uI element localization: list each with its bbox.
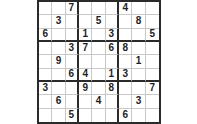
sudoku-cell-r9c7[interactable]: 6 bbox=[119, 109, 132, 122]
sudoku-cell-r2c7[interactable] bbox=[119, 15, 132, 28]
sudoku-cell-r9c9[interactable] bbox=[146, 109, 159, 122]
sudoku-cell-r7c7[interactable] bbox=[119, 82, 132, 95]
sudoku-cell-r2c2[interactable]: 3 bbox=[52, 15, 65, 28]
sudoku-cell-r8c5[interactable]: 4 bbox=[92, 95, 105, 108]
sudoku-board: 7435861353768916413398764356 bbox=[37, 0, 161, 124]
sudoku-cell-r2c4[interactable] bbox=[79, 15, 92, 28]
sudoku-cell-r5c2[interactable]: 9 bbox=[52, 55, 65, 68]
sudoku-cell-r7c2[interactable] bbox=[52, 82, 65, 95]
sudoku-cell-r4c5[interactable] bbox=[92, 42, 105, 55]
sudoku-cell-r7c1[interactable]: 3 bbox=[39, 82, 52, 95]
sudoku-cell-r1c4[interactable] bbox=[79, 2, 92, 15]
sudoku-cell-r3c4[interactable]: 1 bbox=[79, 29, 92, 42]
sudoku-cell-r7c8[interactable] bbox=[132, 82, 145, 95]
sudoku-cell-r1c1[interactable] bbox=[39, 2, 52, 15]
sudoku-cell-r2c5[interactable]: 5 bbox=[92, 15, 105, 28]
sudoku-cell-r8c2[interactable]: 6 bbox=[52, 95, 65, 108]
sudoku-cell-r2c9[interactable] bbox=[146, 15, 159, 28]
sudoku-cell-r1c6[interactable] bbox=[106, 2, 119, 15]
sudoku-cell-r9c2[interactable] bbox=[52, 109, 65, 122]
sudoku-cell-r5c9[interactable] bbox=[146, 55, 159, 68]
sudoku-cell-r4c9[interactable] bbox=[146, 42, 159, 55]
sudoku-cell-r3c5[interactable] bbox=[92, 29, 105, 42]
sudoku-cell-r3c1[interactable]: 6 bbox=[39, 29, 52, 42]
sudoku-cell-r3c6[interactable]: 3 bbox=[106, 29, 119, 42]
sudoku-cell-r3c3[interactable] bbox=[66, 29, 79, 42]
sudoku-cell-r3c9[interactable]: 5 bbox=[146, 29, 159, 42]
sudoku-cell-r5c4[interactable] bbox=[79, 55, 92, 68]
sudoku-cell-r1c9[interactable] bbox=[146, 2, 159, 15]
sudoku-cell-r1c8[interactable] bbox=[132, 2, 145, 15]
sudoku-cell-r8c3[interactable] bbox=[66, 95, 79, 108]
sudoku-cell-r4c1[interactable] bbox=[39, 42, 52, 55]
sudoku-cell-r4c7[interactable]: 8 bbox=[119, 42, 132, 55]
sudoku-cell-r2c8[interactable]: 8 bbox=[132, 15, 145, 28]
sudoku-cell-r4c8[interactable] bbox=[132, 42, 145, 55]
sudoku-cell-r1c2[interactable] bbox=[52, 2, 65, 15]
sudoku-cell-r7c3[interactable] bbox=[66, 82, 79, 95]
sudoku-cell-r5c5[interactable] bbox=[92, 55, 105, 68]
sudoku-cell-r2c6[interactable] bbox=[106, 15, 119, 28]
sudoku-cell-r9c1[interactable] bbox=[39, 109, 52, 122]
sudoku-cell-r9c3[interactable]: 5 bbox=[66, 109, 79, 122]
sudoku-cell-r1c3[interactable]: 7 bbox=[66, 2, 79, 15]
sudoku-cell-r6c2[interactable] bbox=[52, 69, 65, 82]
sudoku-cell-r3c8[interactable] bbox=[132, 29, 145, 42]
sudoku-cell-r4c4[interactable]: 7 bbox=[79, 42, 92, 55]
sudoku-cell-r8c6[interactable] bbox=[106, 95, 119, 108]
sudoku-cell-r8c7[interactable] bbox=[119, 95, 132, 108]
sudoku-cell-r6c5[interactable] bbox=[92, 69, 105, 82]
sudoku-cell-r6c6[interactable]: 1 bbox=[106, 69, 119, 82]
sudoku-cell-r2c1[interactable] bbox=[39, 15, 52, 28]
sudoku-cell-r7c4[interactable]: 9 bbox=[79, 82, 92, 95]
sudoku-cell-r6c8[interactable] bbox=[132, 69, 145, 82]
sudoku-cell-r4c2[interactable] bbox=[52, 42, 65, 55]
sudoku-cell-r6c4[interactable]: 4 bbox=[79, 69, 92, 82]
sudoku-cell-r5c8[interactable]: 1 bbox=[132, 55, 145, 68]
sudoku-cell-r5c7[interactable] bbox=[119, 55, 132, 68]
sudoku-cell-r6c1[interactable] bbox=[39, 69, 52, 82]
sudoku-cell-r4c3[interactable]: 3 bbox=[66, 42, 79, 55]
sudoku-cell-r8c4[interactable] bbox=[79, 95, 92, 108]
sudoku-cell-r5c1[interactable] bbox=[39, 55, 52, 68]
sudoku-cell-r8c9[interactable] bbox=[146, 95, 159, 108]
sudoku-cell-r9c6[interactable] bbox=[106, 109, 119, 122]
sudoku-cell-r3c7[interactable] bbox=[119, 29, 132, 42]
sudoku-cell-r7c6[interactable]: 8 bbox=[106, 82, 119, 95]
sudoku-cell-r1c7[interactable]: 4 bbox=[119, 2, 132, 15]
sudoku-cell-r7c9[interactable]: 7 bbox=[146, 82, 159, 95]
page-canvas: 7435861353768916413398764356 bbox=[0, 0, 197, 124]
sudoku-cell-r9c5[interactable] bbox=[92, 109, 105, 122]
sudoku-cell-r6c3[interactable]: 6 bbox=[66, 69, 79, 82]
sudoku-cell-r8c1[interactable] bbox=[39, 95, 52, 108]
sudoku-cell-r2c3[interactable] bbox=[66, 15, 79, 28]
sudoku-cell-r3c2[interactable] bbox=[52, 29, 65, 42]
sudoku-cell-r1c5[interactable] bbox=[92, 2, 105, 15]
sudoku-cell-r8c8[interactable]: 3 bbox=[132, 95, 145, 108]
sudoku-cell-r9c8[interactable] bbox=[132, 109, 145, 122]
sudoku-cell-r5c3[interactable] bbox=[66, 55, 79, 68]
sudoku-cell-r9c4[interactable] bbox=[79, 109, 92, 122]
sudoku-cell-r5c6[interactable] bbox=[106, 55, 119, 68]
sudoku-cell-r6c7[interactable]: 3 bbox=[119, 69, 132, 82]
sudoku-cell-r6c9[interactable] bbox=[146, 69, 159, 82]
sudoku-cell-r4c6[interactable]: 6 bbox=[106, 42, 119, 55]
sudoku-cell-r7c5[interactable] bbox=[92, 82, 105, 95]
